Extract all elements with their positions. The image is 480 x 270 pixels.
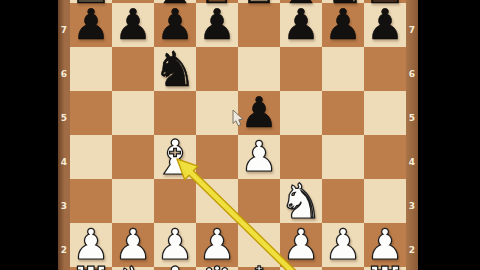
piece-black-pawn-e5[interactable]: ♟ [240, 91, 278, 135]
square-d4[interactable] [196, 135, 238, 179]
piece-black-pawn-g7[interactable]: ♟ [324, 3, 362, 47]
rank-label-left-4: 4 [58, 140, 70, 184]
square-a5[interactable] [70, 91, 112, 135]
piece-white-bishop-c1[interactable]: ♝ [153, 262, 196, 270]
rank-rail-right: 765432 [406, 0, 418, 270]
square-c4[interactable]: ♝ [154, 135, 196, 179]
piece-white-rook-h1[interactable]: ♜ [363, 262, 406, 270]
square-e6[interactable] [238, 47, 280, 91]
square-h5[interactable] [364, 91, 406, 135]
piece-black-king-e8[interactable]: ♚ [237, 0, 280, 8]
pillarbox-right [418, 0, 480, 270]
square-f6[interactable] [280, 47, 322, 91]
rank-label-right-5: 5 [406, 96, 418, 140]
pillarbox-left [0, 0, 58, 270]
square-b4[interactable] [112, 135, 154, 179]
square-h7[interactable]: ♟ [364, 3, 406, 47]
square-a4[interactable] [70, 135, 112, 179]
square-f2[interactable]: ♟ [280, 223, 322, 267]
rank-label-left-3: 3 [58, 184, 70, 228]
square-e3[interactable] [238, 179, 280, 223]
piece-black-pawn-f7[interactable]: ♟ [282, 3, 320, 47]
square-d3[interactable] [196, 179, 238, 223]
rank-label-left-5: 5 [58, 96, 70, 140]
square-h3[interactable] [364, 179, 406, 223]
square-d6[interactable] [196, 47, 238, 91]
piece-white-pawn-f2[interactable]: ♟ [282, 223, 320, 267]
square-f5[interactable] [280, 91, 322, 135]
square-g6[interactable] [322, 47, 364, 91]
square-c6[interactable]: ♞ [154, 47, 196, 91]
rank-label-right-4: 4 [406, 140, 418, 184]
piece-white-pawn-g2[interactable]: ♟ [324, 223, 362, 267]
square-e8[interactable]: ♚ [238, 0, 280, 3]
square-f7[interactable]: ♟ [280, 3, 322, 47]
square-g7[interactable]: ♟ [322, 3, 364, 47]
square-g4[interactable] [322, 135, 364, 179]
square-h6[interactable] [364, 47, 406, 91]
square-a3[interactable] [70, 179, 112, 223]
square-a7[interactable]: ♟ [70, 3, 112, 47]
piece-white-knight-b1[interactable]: ♞ [111, 262, 154, 270]
square-b7[interactable]: ♟ [112, 3, 154, 47]
square-b3[interactable] [112, 179, 154, 223]
rank-rail-left: 765432 [58, 0, 70, 270]
square-c3[interactable] [154, 179, 196, 223]
piece-white-rook-a1[interactable]: ♜ [69, 262, 112, 270]
piece-black-pawn-d7[interactable]: ♟ [198, 3, 236, 47]
piece-white-queen-d1[interactable]: ♛ [195, 262, 238, 270]
piece-black-pawn-a7[interactable]: ♟ [72, 3, 110, 47]
square-g3[interactable] [322, 179, 364, 223]
square-e5[interactable]: ♟ [238, 91, 280, 135]
square-d7[interactable]: ♟ [196, 3, 238, 47]
piece-white-king-e1[interactable]: ♚ [237, 262, 280, 270]
rank-label-left-7: 7 [58, 8, 70, 52]
rank-label-left-6: 6 [58, 52, 70, 96]
rank-label-right-7: 7 [406, 8, 418, 52]
piece-black-knight-c6[interactable]: ♞ [153, 47, 196, 91]
square-g2[interactable]: ♟ [322, 223, 364, 267]
square-h4[interactable] [364, 135, 406, 179]
rank-label-right-2: 2 [406, 228, 418, 270]
piece-black-pawn-b7[interactable]: ♟ [114, 3, 152, 47]
rank-label-left-2: 2 [58, 228, 70, 270]
rank-label-right-3: 3 [406, 184, 418, 228]
square-d5[interactable] [196, 91, 238, 135]
square-b6[interactable] [112, 47, 154, 91]
square-a6[interactable] [70, 47, 112, 91]
square-g5[interactable] [322, 91, 364, 135]
square-f3[interactable]: ♞ [280, 179, 322, 223]
board-grid: ♜♝♛♚♝♞♜♟♟♟♟♟♟♟♞♟♝♟♞♟♟♟♟♟♟♟♜♞♝♛♚♜ [70, 0, 406, 270]
piece-white-knight-f3[interactable]: ♞ [279, 179, 322, 223]
square-b5[interactable] [112, 91, 154, 135]
piece-black-pawn-h7[interactable]: ♟ [366, 3, 404, 47]
video-frame: 765432 765432 ♜♝♛♚♝♞♜♟♟♟♟♟♟♟♞♟♝♟♞♟♟♟♟♟♟♟… [0, 0, 480, 270]
piece-white-bishop-c4[interactable]: ♝ [153, 135, 196, 179]
rank-label-right-6: 6 [406, 52, 418, 96]
square-e4[interactable]: ♟ [238, 135, 280, 179]
piece-white-pawn-e4[interactable]: ♟ [240, 135, 278, 179]
